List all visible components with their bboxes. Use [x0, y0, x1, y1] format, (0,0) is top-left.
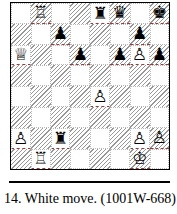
square-f7 — [110, 24, 130, 45]
square-a3 — [11, 107, 31, 128]
square-c2: ♜ — [51, 128, 71, 149]
square-e8: ♜ — [90, 3, 110, 24]
piece-white-pawn: ♙ — [132, 46, 147, 63]
square-d5 — [70, 65, 90, 86]
square-b6 — [31, 45, 51, 66]
caption-divider — [9, 181, 170, 183]
square-d4 — [70, 86, 90, 107]
piece-white-pawn: ♙ — [92, 88, 107, 105]
square-e7 — [90, 24, 110, 45]
piece-white-pawn: ♙ — [132, 129, 147, 146]
square-g2: ♙ — [130, 128, 150, 149]
square-e4: ♙ — [90, 86, 110, 107]
square-b2 — [31, 128, 51, 149]
square-c7: ♟ — [51, 24, 71, 45]
square-h6: ♟ — [150, 45, 170, 66]
square-a1 — [11, 149, 31, 170]
square-h8: ♚ — [150, 3, 170, 24]
square-g3 — [130, 107, 150, 128]
piece-white-king: ♔ — [132, 149, 147, 166]
square-e1 — [90, 149, 110, 170]
square-e5 — [90, 65, 110, 86]
square-d6: ♟ — [70, 45, 90, 66]
square-d3 — [70, 107, 90, 128]
square-g5 — [130, 65, 150, 86]
square-h4 — [150, 86, 170, 107]
square-d7 — [70, 24, 90, 45]
square-b4 — [31, 86, 51, 107]
square-a2: ♙ — [11, 128, 31, 149]
square-g8 — [130, 3, 150, 24]
piece-black-pawn: ♟ — [73, 45, 88, 62]
square-h1 — [150, 149, 170, 170]
square-a7 — [11, 24, 31, 45]
square-e3 — [90, 107, 110, 128]
piece-black-queen: ♛ — [112, 4, 127, 21]
square-b7 — [31, 24, 51, 45]
square-a5 — [11, 65, 31, 86]
square-c8 — [51, 3, 71, 24]
square-c3 — [51, 107, 71, 128]
square-c1 — [51, 149, 71, 170]
square-g6: ♙ — [130, 45, 150, 66]
square-a8 — [11, 3, 31, 24]
diagram-page: ♖♜♛♚♟♟♕♟♟♙♟♙♙♜♙♙♖♔ 14. White move. (1001… — [0, 0, 177, 214]
piece-black-pawn: ♟ — [112, 45, 127, 62]
square-f6: ♟ — [110, 45, 130, 66]
square-d2 — [70, 128, 90, 149]
square-b3 — [31, 107, 51, 128]
square-a6: ♕ — [11, 45, 31, 66]
piece-black-pawn: ♟ — [53, 25, 68, 42]
square-f2 — [110, 128, 130, 149]
piece-white-rook: ♖ — [33, 150, 48, 167]
piece-black-pawn: ♟ — [152, 45, 167, 62]
piece-white-pawn: ♙ — [13, 129, 28, 146]
piece-black-rook: ♜ — [92, 4, 107, 21]
square-e2 — [90, 128, 110, 149]
square-b8: ♖ — [31, 3, 51, 24]
square-h2: ♙ — [150, 128, 170, 149]
square-e6 — [90, 45, 110, 66]
square-h7 — [150, 24, 170, 45]
square-f4 — [110, 86, 130, 107]
square-g4 — [130, 86, 150, 107]
chess-board: ♖♜♛♚♟♟♕♟♟♙♟♙♙♜♙♙♖♔ — [10, 2, 170, 170]
square-f8: ♛ — [110, 3, 130, 24]
square-g7: ♟ — [130, 24, 150, 45]
square-b1: ♖ — [31, 149, 51, 170]
square-h3 — [150, 107, 170, 128]
square-c4 — [51, 86, 71, 107]
square-d8 — [70, 3, 90, 24]
square-c6 — [51, 45, 71, 66]
square-d1 — [70, 149, 90, 170]
puzzle-caption: 14. White move. (1001W-668) — [4, 191, 176, 207]
piece-white-queen: ♕ — [13, 46, 28, 63]
square-c5 — [51, 65, 71, 86]
square-a4 — [11, 86, 31, 107]
square-f3 — [110, 107, 130, 128]
square-f1 — [110, 149, 130, 170]
piece-white-pawn: ♙ — [152, 129, 167, 146]
square-h5 — [150, 65, 170, 86]
piece-white-rook: ♖ — [33, 4, 48, 21]
piece-black-pawn: ♟ — [132, 25, 147, 42]
piece-black-king: ♚ — [152, 4, 167, 21]
square-b5 — [31, 65, 51, 86]
square-g1: ♔ — [130, 149, 150, 170]
square-f5 — [110, 65, 130, 86]
piece-black-rook: ♜ — [53, 129, 68, 146]
